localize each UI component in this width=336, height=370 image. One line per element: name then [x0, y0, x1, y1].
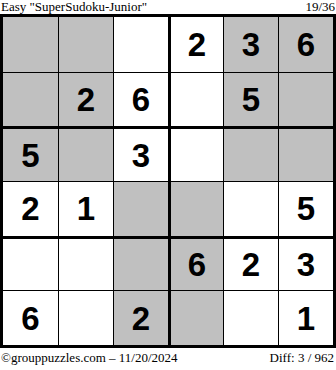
cell-r3c4[interactable]: [168, 126, 223, 181]
cell-r6c5[interactable]: [223, 290, 278, 345]
cell-r3c6[interactable]: [278, 126, 333, 181]
cell-r2c1[interactable]: [3, 72, 58, 127]
cell-r6c1: 6: [3, 290, 58, 345]
footer: ©grouppuzzles.com – 11/20/2024 Diff: 3 /…: [0, 348, 336, 370]
cell-r4c5[interactable]: [223, 181, 278, 236]
cell-r2c3: 6: [113, 72, 168, 127]
cell-r1c2[interactable]: [58, 17, 113, 72]
header: Easy "SuperSudoku-Junior" 19/36: [0, 0, 336, 14]
cell-r4c6: 5: [278, 181, 333, 236]
cell-r4c2: 1: [58, 181, 113, 236]
cell-r2c6[interactable]: [278, 72, 333, 127]
copyright-text: ©grouppuzzles.com – 11/20/2024: [1, 350, 178, 366]
cell-r5c6: 3: [278, 236, 333, 291]
cell-r2c2: 2: [58, 72, 113, 127]
cell-r1c4: 2: [168, 17, 223, 72]
cell-r1c6: 6: [278, 17, 333, 72]
puzzle-page: Easy "SuperSudoku-Junior" 19/36 23626553…: [0, 0, 336, 370]
cell-r2c4[interactable]: [168, 72, 223, 127]
page-number: 19/36: [305, 0, 335, 14]
sudoku-board: 23626553215623621: [0, 14, 336, 348]
cell-r1c3[interactable]: [113, 17, 168, 72]
cell-r6c3: 2: [113, 290, 168, 345]
cell-r6c2[interactable]: [58, 290, 113, 345]
cell-r1c1[interactable]: [3, 17, 58, 72]
cell-r4c3[interactable]: [113, 181, 168, 236]
cell-r2c5: 5: [223, 72, 278, 127]
cell-r5c4: 6: [168, 236, 223, 291]
cell-r3c5[interactable]: [223, 126, 278, 181]
cell-r3c2[interactable]: [58, 126, 113, 181]
cell-r1c5: 3: [223, 17, 278, 72]
cell-r5c2[interactable]: [58, 236, 113, 291]
cell-r5c5: 2: [223, 236, 278, 291]
cell-r6c4[interactable]: [168, 290, 223, 345]
cell-r4c4[interactable]: [168, 181, 223, 236]
cell-r3c3: 3: [113, 126, 168, 181]
difficulty-text: Diff: 3 / 962: [270, 350, 334, 366]
cell-r6c6: 1: [278, 290, 333, 345]
cell-r4c1: 2: [3, 181, 58, 236]
cell-r5c3[interactable]: [113, 236, 168, 291]
cell-r5c1[interactable]: [3, 236, 58, 291]
puzzle-title: Easy "SuperSudoku-Junior": [1, 0, 147, 14]
cell-r3c1: 5: [3, 126, 58, 181]
